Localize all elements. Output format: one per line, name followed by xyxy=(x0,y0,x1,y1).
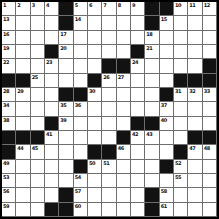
letter-cell-r5-c6[interactable] xyxy=(74,59,88,73)
clue-number-40: 40 xyxy=(161,117,167,123)
clue-number-49: 49 xyxy=(3,160,9,166)
clue-number-48: 48 xyxy=(204,145,210,151)
letter-cell-r7-c10[interactable] xyxy=(131,88,145,102)
letter-cell-r12-c15[interactable] xyxy=(203,160,217,174)
crossword-screenshot: 1234567891011121314151617181920212223242… xyxy=(0,0,219,219)
clue-number-28: 28 xyxy=(3,88,9,94)
letter-cell-r9-c7[interactable] xyxy=(88,117,102,131)
black-cell-r15-c5 xyxy=(59,203,73,217)
letter-cell-r15-c2[interactable] xyxy=(16,203,30,217)
letter-cell-r14-c7[interactable] xyxy=(88,188,102,202)
letter-cell-r3-c1[interactable]: 16 xyxy=(2,31,16,45)
clue-number-6: 6 xyxy=(89,2,92,8)
letter-cell-r3-c9[interactable] xyxy=(117,31,131,45)
letter-cell-r10-c11[interactable]: 43 xyxy=(145,131,159,145)
black-cell-r5-c15 xyxy=(203,59,217,73)
clue-number-56: 56 xyxy=(3,188,9,194)
letter-cell-r5-c4[interactable]: 23 xyxy=(45,59,59,73)
clue-number-17: 17 xyxy=(60,31,66,37)
letter-cell-r15-c7[interactable] xyxy=(88,203,102,217)
clue-number-3: 3 xyxy=(32,2,35,8)
clue-number-27: 27 xyxy=(118,74,124,80)
letter-cell-r13-c14[interactable] xyxy=(188,174,202,188)
black-cell-r14-c11 xyxy=(145,188,159,202)
clue-number-21: 21 xyxy=(146,45,152,51)
letter-cell-r8-c9[interactable] xyxy=(117,102,131,116)
clue-number-7: 7 xyxy=(103,2,106,8)
letter-cell-r3-c10[interactable] xyxy=(131,31,145,45)
crossword-board: 1234567891011121314151617181920212223242… xyxy=(0,0,219,219)
letter-cell-r3-c8[interactable] xyxy=(102,31,116,45)
clue-number-42: 42 xyxy=(132,131,138,137)
letter-cell-r1-c8[interactable]: 7 xyxy=(102,2,116,16)
black-cell-r2-c11 xyxy=(145,16,159,30)
letter-cell-r6-c4[interactable] xyxy=(45,74,59,88)
clue-number-9: 9 xyxy=(132,2,135,8)
letter-cell-r11-c15[interactable]: 48 xyxy=(203,145,217,159)
clue-number-30: 30 xyxy=(89,88,95,94)
letter-cell-r12-c3[interactable] xyxy=(31,160,45,174)
black-cell-r5-c9 xyxy=(117,59,131,73)
letter-cell-r6-c6[interactable] xyxy=(74,74,88,88)
letter-cell-r8-c3[interactable] xyxy=(31,102,45,116)
letter-cell-r15-c13[interactable] xyxy=(174,203,188,217)
letter-cell-r14-c3[interactable] xyxy=(31,188,45,202)
letter-cell-r7-c8[interactable] xyxy=(102,88,116,102)
clue-number-20: 20 xyxy=(60,45,66,51)
letter-cell-r13-c3[interactable] xyxy=(31,174,45,188)
letter-cell-r1-c7[interactable]: 6 xyxy=(88,2,102,16)
letter-cell-r9-c13[interactable] xyxy=(174,117,188,131)
letter-cell-r14-c4[interactable] xyxy=(45,188,59,202)
black-cell-r10-c14 xyxy=(188,131,202,145)
black-cell-r9-c4 xyxy=(45,117,59,131)
letter-cell-r7-c9[interactable] xyxy=(117,88,131,102)
black-cell-r4-c4 xyxy=(45,45,59,59)
letter-cell-r12-c4[interactable] xyxy=(45,160,59,174)
letter-cell-r6-c10[interactable] xyxy=(131,74,145,88)
letter-cell-r2-c4[interactable] xyxy=(45,16,59,30)
letter-cell-r9-c3[interactable] xyxy=(31,117,45,131)
letter-cell-r8-c12[interactable]: 37 xyxy=(160,102,174,116)
letter-cell-r7-c4[interactable] xyxy=(45,88,59,102)
letter-cell-r4-c7[interactable] xyxy=(88,45,102,59)
clue-number-57: 57 xyxy=(75,188,81,194)
letter-cell-r2-c7[interactable] xyxy=(88,16,102,30)
letter-cell-r6-c8[interactable]: 26 xyxy=(102,74,116,88)
black-cell-r6-c15 xyxy=(203,74,217,88)
letter-cell-r13-c2[interactable] xyxy=(16,174,30,188)
clue-number-18: 18 xyxy=(146,31,152,37)
black-cell-r10-c1 xyxy=(2,131,16,145)
black-cell-r11-c1 xyxy=(2,145,16,159)
letter-cell-r7-c7[interactable]: 30 xyxy=(88,88,102,102)
clue-number-8: 8 xyxy=(118,2,121,8)
black-cell-r2-c5 xyxy=(59,16,73,30)
letter-cell-r12-c8[interactable]: 51 xyxy=(102,160,116,174)
black-cell-r15-c4 xyxy=(45,203,59,217)
letter-cell-r11-c12[interactable] xyxy=(160,145,174,159)
letter-cell-r5-c3[interactable] xyxy=(31,59,45,73)
letter-cell-r2-c3[interactable] xyxy=(31,16,45,30)
letter-cell-r8-c7[interactable] xyxy=(88,102,102,116)
clue-number-10: 10 xyxy=(175,2,181,8)
letter-cell-r12-c7[interactable]: 50 xyxy=(88,160,102,174)
letter-cell-r14-c6[interactable]: 57 xyxy=(74,188,88,202)
letter-cell-r4-c9[interactable] xyxy=(117,45,131,59)
letter-cell-r11-c3[interactable]: 45 xyxy=(31,145,45,159)
letter-cell-r11-c11[interactable] xyxy=(145,145,159,159)
letter-cell-r13-c9[interactable] xyxy=(117,174,131,188)
letter-cell-r8-c2[interactable] xyxy=(16,102,30,116)
letter-cell-r1-c3[interactable]: 3 xyxy=(31,2,45,16)
letter-cell-r15-c8[interactable] xyxy=(102,203,116,217)
letter-cell-r7-c2[interactable]: 29 xyxy=(16,88,30,102)
clue-number-46: 46 xyxy=(118,145,124,151)
letter-cell-r8-c8[interactable] xyxy=(102,102,116,116)
letter-cell-r13-c15[interactable] xyxy=(203,174,217,188)
letter-cell-r4-c1[interactable]: 19 xyxy=(2,45,16,59)
letter-cell-r11-c14[interactable]: 47 xyxy=(188,145,202,159)
letter-cell-r4-c14[interactable] xyxy=(188,45,202,59)
letter-cell-r7-c14[interactable]: 32 xyxy=(188,88,202,102)
clue-number-33: 33 xyxy=(204,88,210,94)
black-cell-r14-c5 xyxy=(59,188,73,202)
clue-number-35: 35 xyxy=(60,102,66,108)
letter-cell-r14-c2[interactable] xyxy=(16,188,30,202)
letter-cell-r11-c10[interactable] xyxy=(131,145,145,159)
letter-cell-r3-c11[interactable]: 18 xyxy=(145,31,159,45)
letter-cell-r3-c7[interactable] xyxy=(88,31,102,45)
letter-cell-r4-c6[interactable] xyxy=(74,45,88,59)
clue-number-59: 59 xyxy=(3,203,9,209)
letter-cell-r12-c10[interactable] xyxy=(131,160,145,174)
letter-cell-r1-c6[interactable]: 5 xyxy=(74,2,88,16)
letter-cell-r8-c15[interactable] xyxy=(203,102,217,116)
letter-cell-r11-c2[interactable]: 44 xyxy=(16,145,30,159)
letter-cell-r9-c2[interactable] xyxy=(16,117,30,131)
letter-cell-r3-c14[interactable] xyxy=(188,31,202,45)
letter-cell-r10-c12[interactable] xyxy=(160,131,174,145)
letter-cell-r5-c7[interactable] xyxy=(88,59,102,73)
letter-cell-r3-c12[interactable] xyxy=(160,31,174,45)
letter-cell-r13-c13[interactable]: 55 xyxy=(174,174,188,188)
black-cell-r10-c9 xyxy=(117,131,131,145)
letter-cell-r2-c6[interactable]: 14 xyxy=(74,16,88,30)
clue-number-26: 26 xyxy=(103,74,109,80)
letter-cell-r11-c5[interactable] xyxy=(59,145,73,159)
clue-number-5: 5 xyxy=(75,2,78,8)
black-cell-r6-c1 xyxy=(2,74,16,88)
clue-number-39: 39 xyxy=(60,117,66,123)
letter-cell-r7-c1[interactable]: 28 xyxy=(2,88,16,102)
clue-number-54: 54 xyxy=(75,174,81,180)
clue-number-58: 58 xyxy=(161,188,167,194)
clue-number-11: 11 xyxy=(189,2,195,8)
clue-number-44: 44 xyxy=(17,145,23,151)
letter-cell-r14-c15[interactable] xyxy=(203,188,217,202)
letter-cell-r14-c14[interactable] xyxy=(188,188,202,202)
letter-cell-r13-c11[interactable] xyxy=(145,174,159,188)
clue-number-52: 52 xyxy=(175,160,181,166)
letter-cell-r1-c1[interactable]: 1 xyxy=(2,2,16,16)
clue-number-43: 43 xyxy=(146,131,152,137)
clue-number-61: 61 xyxy=(161,203,167,209)
letter-cell-r3-c6[interactable] xyxy=(74,31,88,45)
letter-cell-r12-c14[interactable] xyxy=(188,160,202,174)
clue-number-32: 32 xyxy=(189,88,195,94)
letter-cell-r2-c2[interactable] xyxy=(16,16,30,30)
letter-cell-r14-c9[interactable] xyxy=(117,188,131,202)
letter-cell-r1-c4[interactable]: 4 xyxy=(45,2,59,16)
clue-number-51: 51 xyxy=(103,160,109,166)
letter-cell-r6-c3[interactable]: 25 xyxy=(31,74,45,88)
letter-cell-r15-c15[interactable] xyxy=(203,203,217,217)
letter-cell-r9-c1[interactable]: 38 xyxy=(2,117,16,131)
letter-cell-r13-c5[interactable] xyxy=(59,174,73,188)
clue-number-1: 1 xyxy=(3,2,6,8)
letter-cell-r5-c2[interactable] xyxy=(16,59,30,73)
clue-number-45: 45 xyxy=(32,145,38,151)
clue-number-12: 12 xyxy=(204,2,210,8)
black-cell-r11-c7 xyxy=(88,145,102,159)
letter-cell-r14-c12[interactable]: 58 xyxy=(160,188,174,202)
black-cell-r7-c6 xyxy=(74,88,88,102)
letter-cell-r8-c6[interactable]: 36 xyxy=(74,102,88,116)
letter-cell-r3-c2[interactable] xyxy=(16,31,30,45)
letter-cell-r14-c13[interactable] xyxy=(174,188,188,202)
letter-cell-r10-c7[interactable] xyxy=(88,131,102,145)
letter-cell-r5-c13[interactable] xyxy=(174,59,188,73)
letter-cell-r11-c6[interactable] xyxy=(74,145,88,159)
letter-cell-r1-c15[interactable]: 12 xyxy=(203,2,217,16)
black-cell-r6-c13 xyxy=(174,74,188,88)
black-cell-r12-c12 xyxy=(160,160,174,174)
clue-number-14: 14 xyxy=(75,16,81,22)
clue-number-24: 24 xyxy=(132,59,138,65)
letter-cell-r8-c10[interactable] xyxy=(131,102,145,116)
letter-cell-r5-c12[interactable] xyxy=(160,59,174,73)
letter-cell-r13-c8[interactable] xyxy=(102,174,116,188)
letter-cell-r14-c1[interactable]: 56 xyxy=(2,188,16,202)
letter-cell-r15-c9[interactable] xyxy=(117,203,131,217)
letter-cell-r4-c8[interactable] xyxy=(102,45,116,59)
letter-cell-r9-c9[interactable] xyxy=(117,117,131,131)
black-cell-r10-c2 xyxy=(16,131,30,145)
clue-number-36: 36 xyxy=(75,102,81,108)
letter-cell-r15-c10[interactable] xyxy=(131,203,145,217)
clue-number-38: 38 xyxy=(3,117,9,123)
letter-cell-r13-c7[interactable] xyxy=(88,174,102,188)
letter-cell-r5-c11[interactable] xyxy=(145,59,159,73)
letter-cell-r4-c11[interactable]: 21 xyxy=(145,45,159,59)
letter-cell-r3-c4[interactable] xyxy=(45,31,59,45)
black-cell-r15-c11 xyxy=(145,203,159,217)
letter-cell-r1-c13[interactable]: 10 xyxy=(174,2,188,16)
letter-cell-r2-c9[interactable] xyxy=(117,16,131,30)
letter-cell-r6-c9[interactable]: 27 xyxy=(117,74,131,88)
clue-number-47: 47 xyxy=(189,145,195,151)
black-cell-r5-c8 xyxy=(102,59,116,73)
letter-cell-r3-c15[interactable] xyxy=(203,31,217,45)
letter-cell-r8-c1[interactable]: 34 xyxy=(2,102,16,116)
letter-cell-r5-c10[interactable]: 24 xyxy=(131,59,145,73)
clue-number-41: 41 xyxy=(46,131,52,137)
letter-cell-r12-c13[interactable]: 52 xyxy=(174,160,188,174)
letter-cell-r7-c13[interactable]: 31 xyxy=(174,88,188,102)
letter-cell-r15-c6[interactable]: 60 xyxy=(74,203,88,217)
clue-number-16: 16 xyxy=(3,31,9,37)
black-cell-r1-c11 xyxy=(145,2,159,16)
letter-cell-r10-c10[interactable]: 42 xyxy=(131,131,145,145)
clue-number-2: 2 xyxy=(17,2,20,8)
black-cell-r7-c12 xyxy=(160,88,174,102)
letter-cell-r2-c8[interactable] xyxy=(102,16,116,30)
letter-cell-r8-c5[interactable]: 35 xyxy=(59,102,73,116)
black-cell-r6-c14 xyxy=(188,74,202,88)
letter-cell-r1-c14[interactable]: 11 xyxy=(188,2,202,16)
letter-cell-r9-c14[interactable] xyxy=(188,117,202,131)
clue-number-15: 15 xyxy=(161,16,167,22)
clue-number-22: 22 xyxy=(3,59,9,65)
letter-cell-r2-c13[interactable] xyxy=(174,16,188,30)
clue-number-34: 34 xyxy=(3,102,9,108)
letter-cell-r11-c4[interactable] xyxy=(45,145,59,159)
letter-cell-r12-c11[interactable] xyxy=(145,160,159,174)
letter-cell-r6-c11[interactable] xyxy=(145,74,159,88)
letter-cell-r6-c12[interactable] xyxy=(160,74,174,88)
letter-cell-r10-c6[interactable] xyxy=(74,131,88,145)
black-cell-r1-c12 xyxy=(160,2,174,16)
black-cell-r6-c2 xyxy=(16,74,30,88)
clue-number-19: 19 xyxy=(3,45,9,51)
letter-cell-r3-c13[interactable] xyxy=(174,31,188,45)
letter-cell-r9-c15[interactable] xyxy=(203,117,217,131)
letter-cell-r11-c9[interactable]: 46 xyxy=(117,145,131,159)
letter-cell-r3-c5[interactable]: 17 xyxy=(59,31,73,45)
black-cell-r11-c13 xyxy=(174,145,188,159)
black-cell-r10-c3 xyxy=(31,131,45,145)
clue-number-13: 13 xyxy=(3,16,9,22)
letter-cell-r5-c5[interactable] xyxy=(59,59,73,73)
letter-cell-r4-c15[interactable] xyxy=(203,45,217,59)
letter-cell-r4-c13[interactable] xyxy=(174,45,188,59)
letter-cell-r9-c8[interactable] xyxy=(102,117,116,131)
letter-cell-r9-c6[interactable] xyxy=(74,117,88,131)
letter-cell-r7-c11[interactable] xyxy=(145,88,159,102)
black-cell-r12-c6 xyxy=(74,160,88,174)
letter-cell-r10-c5[interactable] xyxy=(59,131,73,145)
clue-number-60: 60 xyxy=(75,203,81,209)
letter-cell-r4-c2[interactable] xyxy=(16,45,30,59)
letter-cell-r5-c1[interactable]: 22 xyxy=(2,59,16,73)
clue-number-31: 31 xyxy=(175,88,181,94)
letter-cell-r7-c15[interactable]: 33 xyxy=(203,88,217,102)
black-cell-r9-c11 xyxy=(145,117,159,131)
letter-cell-r12-c5[interactable] xyxy=(59,160,73,174)
letter-cell-r2-c10[interactable] xyxy=(131,16,145,30)
letter-cell-r12-c9[interactable] xyxy=(117,160,131,174)
letter-cell-r10-c13[interactable] xyxy=(174,131,188,145)
letter-cell-r8-c13[interactable] xyxy=(174,102,188,116)
clue-number-25: 25 xyxy=(32,74,38,80)
letter-cell-r13-c1[interactable]: 53 xyxy=(2,174,16,188)
letter-cell-r8-c11[interactable] xyxy=(145,102,159,116)
letter-cell-r15-c14[interactable] xyxy=(188,203,202,217)
letter-cell-r1-c9[interactable]: 8 xyxy=(117,2,131,16)
letter-cell-r13-c12[interactable] xyxy=(160,174,174,188)
letter-cell-r4-c12[interactable] xyxy=(160,45,174,59)
black-cell-r7-c5 xyxy=(59,88,73,102)
letter-cell-r9-c12[interactable]: 40 xyxy=(160,117,174,131)
clue-number-37: 37 xyxy=(161,102,167,108)
letter-cell-r14-c8[interactable] xyxy=(102,188,116,202)
letter-cell-r8-c14[interactable] xyxy=(188,102,202,116)
letter-cell-r13-c10[interactable] xyxy=(131,174,145,188)
letter-cell-r6-c5[interactable] xyxy=(59,74,73,88)
letter-cell-r4-c5[interactable]: 20 xyxy=(59,45,73,59)
letter-cell-r2-c15[interactable] xyxy=(203,16,217,30)
letter-cell-r10-c4[interactable]: 41 xyxy=(45,131,59,145)
black-cell-r4-c10 xyxy=(131,45,145,59)
clue-number-23: 23 xyxy=(46,59,52,65)
letter-cell-r7-c3[interactable] xyxy=(31,88,45,102)
letter-cell-r2-c12[interactable]: 15 xyxy=(160,16,174,30)
clue-number-53: 53 xyxy=(3,174,9,180)
letter-cell-r8-c4[interactable] xyxy=(45,102,59,116)
clue-number-4: 4 xyxy=(46,2,49,8)
letter-cell-r5-c14[interactable] xyxy=(188,59,202,73)
letter-cell-r1-c2[interactable]: 2 xyxy=(16,2,30,16)
letter-cell-r12-c1[interactable]: 49 xyxy=(2,160,16,174)
letter-cell-r2-c1[interactable]: 13 xyxy=(2,16,16,30)
black-cell-r9-c10 xyxy=(131,117,145,131)
clue-number-50: 50 xyxy=(89,160,95,166)
clue-number-55: 55 xyxy=(175,174,181,180)
black-cell-r10-c15 xyxy=(203,131,217,145)
letter-cell-r13-c4[interactable] xyxy=(45,174,59,188)
letter-cell-r15-c1[interactable]: 59 xyxy=(2,203,16,217)
black-cell-r6-c7 xyxy=(88,74,102,88)
letter-cell-r12-c2[interactable] xyxy=(16,160,30,174)
black-cell-r11-c8 xyxy=(102,145,116,159)
letter-cell-r4-c3[interactable] xyxy=(31,45,45,59)
clue-number-29: 29 xyxy=(17,88,23,94)
letter-cell-r2-c14[interactable] xyxy=(188,16,202,30)
letter-cell-r14-c10[interactable] xyxy=(131,188,145,202)
letter-cell-r10-c8[interactable] xyxy=(102,131,116,145)
black-cell-r1-c5 xyxy=(59,2,73,16)
letter-cell-r9-c5[interactable]: 39 xyxy=(59,117,73,131)
letter-cell-r13-c6[interactable]: 54 xyxy=(74,174,88,188)
letter-cell-r3-c3[interactable] xyxy=(31,31,45,45)
letter-cell-r15-c3[interactable] xyxy=(31,203,45,217)
letter-cell-r15-c12[interactable]: 61 xyxy=(160,203,174,217)
letter-cell-r1-c10[interactable]: 9 xyxy=(131,2,145,16)
